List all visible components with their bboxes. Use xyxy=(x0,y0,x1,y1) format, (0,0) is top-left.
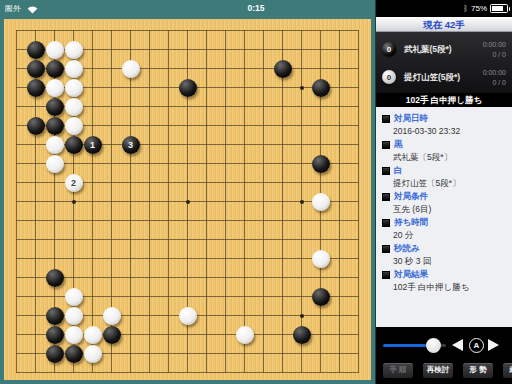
intersection-4-6[interactable] xyxy=(64,116,83,135)
intersection-12-5[interactable] xyxy=(216,97,235,116)
intersection-10-6[interactable] xyxy=(178,116,197,135)
intersection-8-5[interactable] xyxy=(140,97,159,116)
intersection-3-14[interactable] xyxy=(45,268,64,287)
intersection-6-7[interactable] xyxy=(102,135,121,154)
intersection-13-18[interactable] xyxy=(235,344,254,363)
intersection-3-6[interactable] xyxy=(45,116,64,135)
intersection-3-12[interactable] xyxy=(45,230,64,249)
intersection-12-2[interactable] xyxy=(216,40,235,59)
intersection-7-3[interactable] xyxy=(121,59,140,78)
intersection-13-7[interactable] xyxy=(235,135,254,154)
intersection-9-13[interactable] xyxy=(159,249,178,268)
intersection-15-1[interactable] xyxy=(273,21,292,40)
intersection-2-9[interactable] xyxy=(26,173,45,192)
intersection-17-4[interactable] xyxy=(311,78,330,97)
intersection-18-17[interactable] xyxy=(330,325,349,344)
intersection-16-1[interactable] xyxy=(292,21,311,40)
intersection-11-19[interactable] xyxy=(197,363,216,382)
intersection-2-7[interactable] xyxy=(26,135,45,154)
intersection-8-14[interactable] xyxy=(140,268,159,287)
intersection-15-10[interactable] xyxy=(273,192,292,211)
intersection-11-1[interactable] xyxy=(197,21,216,40)
intersection-1-9[interactable] xyxy=(7,173,26,192)
intersection-5-19[interactable] xyxy=(83,363,102,382)
intersection-1-15[interactable] xyxy=(7,287,26,306)
intersection-16-2[interactable] xyxy=(292,40,311,59)
intersection-12-15[interactable] xyxy=(216,287,235,306)
intersection-14-16[interactable] xyxy=(254,306,273,325)
intersection-3-15[interactable] xyxy=(45,287,64,306)
intersection-14-17[interactable] xyxy=(254,325,273,344)
intersection-7-7[interactable]: 3 xyxy=(121,135,140,154)
intersection-5-9[interactable] xyxy=(83,173,102,192)
intersection-18-11[interactable] xyxy=(330,211,349,230)
intersection-8-3[interactable] xyxy=(140,59,159,78)
intersection-2-17[interactable] xyxy=(26,325,45,344)
intersection-16-18[interactable] xyxy=(292,344,311,363)
intersection-19-3[interactable] xyxy=(349,59,368,78)
intersection-5-14[interactable] xyxy=(83,268,102,287)
intersection-6-18[interactable] xyxy=(102,344,121,363)
intersection-2-18[interactable] xyxy=(26,344,45,363)
next-move-button[interactable] xyxy=(488,339,499,351)
intersection-18-9[interactable] xyxy=(330,173,349,192)
intersection-13-14[interactable] xyxy=(235,268,254,287)
intersection-3-13[interactable] xyxy=(45,249,64,268)
intersection-6-10[interactable] xyxy=(102,192,121,211)
intersection-13-19[interactable] xyxy=(235,363,254,382)
intersection-14-15[interactable] xyxy=(254,287,273,306)
intersection-2-2[interactable] xyxy=(26,40,45,59)
intersection-6-17[interactable] xyxy=(102,325,121,344)
intersection-17-12[interactable] xyxy=(311,230,330,249)
intersection-17-11[interactable] xyxy=(311,211,330,230)
intersection-19-15[interactable] xyxy=(349,287,368,306)
intersection-19-16[interactable] xyxy=(349,306,368,325)
intersection-17-17[interactable] xyxy=(311,325,330,344)
intersection-16-3[interactable] xyxy=(292,59,311,78)
intersection-5-2[interactable] xyxy=(83,40,102,59)
intersection-2-3[interactable] xyxy=(26,59,45,78)
intersection-14-5[interactable] xyxy=(254,97,273,116)
intersection-11-3[interactable] xyxy=(197,59,216,78)
intersection-12-6[interactable] xyxy=(216,116,235,135)
intersection-15-9[interactable] xyxy=(273,173,292,192)
intersection-14-12[interactable] xyxy=(254,230,273,249)
intersection-8-4[interactable] xyxy=(140,78,159,97)
intersection-1-12[interactable] xyxy=(7,230,26,249)
intersection-13-11[interactable] xyxy=(235,211,254,230)
intersection-1-5[interactable] xyxy=(7,97,26,116)
intersection-5-6[interactable] xyxy=(83,116,102,135)
intersection-3-8[interactable] xyxy=(45,154,64,173)
intersection-5-7[interactable]: 1 xyxy=(83,135,102,154)
intersection-18-7[interactable] xyxy=(330,135,349,154)
intersection-17-7[interactable] xyxy=(311,135,330,154)
intersection-5-10[interactable] xyxy=(83,192,102,211)
intersection-15-12[interactable] xyxy=(273,230,292,249)
intersection-1-14[interactable] xyxy=(7,268,26,287)
intersection-6-14[interactable] xyxy=(102,268,121,287)
intersection-9-19[interactable] xyxy=(159,363,178,382)
intersection-5-4[interactable] xyxy=(83,78,102,97)
intersection-5-16[interactable] xyxy=(83,306,102,325)
intersection-7-11[interactable] xyxy=(121,211,140,230)
intersection-16-10[interactable] xyxy=(292,192,311,211)
intersection-2-12[interactable] xyxy=(26,230,45,249)
intersection-8-15[interactable] xyxy=(140,287,159,306)
intersection-8-16[interactable] xyxy=(140,306,159,325)
intersection-10-18[interactable] xyxy=(178,344,197,363)
intersection-15-4[interactable] xyxy=(273,78,292,97)
intersection-6-1[interactable] xyxy=(102,21,121,40)
intersection-18-14[interactable] xyxy=(330,268,349,287)
intersection-14-1[interactable] xyxy=(254,21,273,40)
intersection-5-11[interactable] xyxy=(83,211,102,230)
intersection-15-3[interactable] xyxy=(273,59,292,78)
intersection-19-18[interactable] xyxy=(349,344,368,363)
intersection-18-19[interactable] xyxy=(330,363,349,382)
intersection-16-4[interactable] xyxy=(292,78,311,97)
intersection-2-5[interactable] xyxy=(26,97,45,116)
intersection-19-5[interactable] xyxy=(349,97,368,116)
intersection-8-19[interactable] xyxy=(140,363,159,382)
intersection-3-16[interactable] xyxy=(45,306,64,325)
intersection-9-12[interactable] xyxy=(159,230,178,249)
intersection-3-3[interactable] xyxy=(45,59,64,78)
intersection-9-3[interactable] xyxy=(159,59,178,78)
intersection-9-16[interactable] xyxy=(159,306,178,325)
intersection-12-1[interactable] xyxy=(216,21,235,40)
intersection-18-15[interactable] xyxy=(330,287,349,306)
intersection-1-7[interactable] xyxy=(7,135,26,154)
intersection-6-15[interactable] xyxy=(102,287,121,306)
intersection-2-4[interactable] xyxy=(26,78,45,97)
intersection-17-6[interactable] xyxy=(311,116,330,135)
intersection-8-12[interactable] xyxy=(140,230,159,249)
intersection-7-13[interactable] xyxy=(121,249,140,268)
intersection-11-10[interactable] xyxy=(197,192,216,211)
intersection-18-12[interactable] xyxy=(330,230,349,249)
intersection-9-4[interactable] xyxy=(159,78,178,97)
intersection-9-2[interactable] xyxy=(159,40,178,59)
intersection-18-10[interactable] xyxy=(330,192,349,211)
intersection-12-7[interactable] xyxy=(216,135,235,154)
intersection-13-17[interactable] xyxy=(235,325,254,344)
intersection-8-2[interactable] xyxy=(140,40,159,59)
intersection-4-3[interactable] xyxy=(64,59,83,78)
intersection-4-14[interactable] xyxy=(64,268,83,287)
intersection-9-9[interactable] xyxy=(159,173,178,192)
intersection-1-1[interactable] xyxy=(7,21,26,40)
intersection-11-7[interactable] xyxy=(197,135,216,154)
intersection-4-5[interactable] xyxy=(64,97,83,116)
intersection-19-2[interactable] xyxy=(349,40,368,59)
intersection-10-2[interactable] xyxy=(178,40,197,59)
intersection-1-3[interactable] xyxy=(7,59,26,78)
intersection-14-8[interactable] xyxy=(254,154,273,173)
intersection-1-17[interactable] xyxy=(7,325,26,344)
intersection-16-15[interactable] xyxy=(292,287,311,306)
intersection-12-19[interactable] xyxy=(216,363,235,382)
intersection-14-6[interactable] xyxy=(254,116,273,135)
intersection-9-7[interactable] xyxy=(159,135,178,154)
intersection-19-13[interactable] xyxy=(349,249,368,268)
intersection-18-5[interactable] xyxy=(330,97,349,116)
intersection-18-2[interactable] xyxy=(330,40,349,59)
intersection-18-13[interactable] xyxy=(330,249,349,268)
intersection-6-13[interactable] xyxy=(102,249,121,268)
intersection-10-17[interactable] xyxy=(178,325,197,344)
intersection-3-7[interactable] xyxy=(45,135,64,154)
intersection-15-18[interactable] xyxy=(273,344,292,363)
intersection-10-5[interactable] xyxy=(178,97,197,116)
intersection-10-7[interactable] xyxy=(178,135,197,154)
intersection-2-10[interactable] xyxy=(26,192,45,211)
intersection-1-18[interactable] xyxy=(7,344,26,363)
intersection-8-10[interactable] xyxy=(140,192,159,211)
intersection-9-17[interactable] xyxy=(159,325,178,344)
intersection-3-11[interactable] xyxy=(45,211,64,230)
intersection-8-1[interactable] xyxy=(140,21,159,40)
intersection-19-19[interactable] xyxy=(349,363,368,382)
intersection-19-17[interactable] xyxy=(349,325,368,344)
intersection-13-4[interactable] xyxy=(235,78,254,97)
intersection-6-3[interactable] xyxy=(102,59,121,78)
intersection-13-3[interactable] xyxy=(235,59,254,78)
intersection-8-6[interactable] xyxy=(140,116,159,135)
intersection-4-16[interactable] xyxy=(64,306,83,325)
intersection-15-5[interactable] xyxy=(273,97,292,116)
intersection-7-15[interactable] xyxy=(121,287,140,306)
intersection-18-1[interactable] xyxy=(330,21,349,40)
intersection-3-4[interactable] xyxy=(45,78,64,97)
intersection-13-15[interactable] xyxy=(235,287,254,306)
intersection-10-10[interactable] xyxy=(178,192,197,211)
intersection-7-1[interactable] xyxy=(121,21,140,40)
intersection-17-5[interactable] xyxy=(311,97,330,116)
intersection-16-19[interactable] xyxy=(292,363,311,382)
intersection-11-2[interactable] xyxy=(197,40,216,59)
intersection-1-6[interactable] xyxy=(7,116,26,135)
intersection-3-1[interactable] xyxy=(45,21,64,40)
intersection-17-1[interactable] xyxy=(311,21,330,40)
intersection-7-14[interactable] xyxy=(121,268,140,287)
intersection-10-1[interactable] xyxy=(178,21,197,40)
intersection-1-10[interactable] xyxy=(7,192,26,211)
intersection-17-8[interactable] xyxy=(311,154,330,173)
intersection-4-13[interactable] xyxy=(64,249,83,268)
intersection-8-13[interactable] xyxy=(140,249,159,268)
intersection-7-16[interactable] xyxy=(121,306,140,325)
intersection-6-4[interactable] xyxy=(102,78,121,97)
intersection-16-16[interactable] xyxy=(292,306,311,325)
intersection-15-17[interactable] xyxy=(273,325,292,344)
intersection-4-2[interactable] xyxy=(64,40,83,59)
intersection-19-9[interactable] xyxy=(349,173,368,192)
intersection-2-8[interactable] xyxy=(26,154,45,173)
action-button-2[interactable]: 形 勢 xyxy=(462,362,494,379)
intersection-1-2[interactable] xyxy=(7,40,26,59)
intersection-5-18[interactable] xyxy=(83,344,102,363)
intersection-10-12[interactable] xyxy=(178,230,197,249)
intersection-8-9[interactable] xyxy=(140,173,159,192)
intersection-10-3[interactable] xyxy=(178,59,197,78)
intersection-14-7[interactable] xyxy=(254,135,273,154)
intersection-13-9[interactable] xyxy=(235,173,254,192)
intersection-9-15[interactable] xyxy=(159,287,178,306)
intersection-7-2[interactable] xyxy=(121,40,140,59)
intersection-5-8[interactable] xyxy=(83,154,102,173)
intersection-3-5[interactable] xyxy=(45,97,64,116)
intersection-17-10[interactable] xyxy=(311,192,330,211)
intersection-13-8[interactable] xyxy=(235,154,254,173)
intersection-12-10[interactable] xyxy=(216,192,235,211)
intersection-13-2[interactable] xyxy=(235,40,254,59)
intersection-5-3[interactable] xyxy=(83,59,102,78)
intersection-15-7[interactable] xyxy=(273,135,292,154)
intersection-1-16[interactable] xyxy=(7,306,26,325)
previous-move-button[interactable] xyxy=(452,339,463,351)
intersection-14-18[interactable] xyxy=(254,344,273,363)
intersection-1-11[interactable] xyxy=(7,211,26,230)
intersection-15-19[interactable] xyxy=(273,363,292,382)
intersection-15-8[interactable] xyxy=(273,154,292,173)
intersection-16-14[interactable] xyxy=(292,268,311,287)
intersection-3-9[interactable] xyxy=(45,173,64,192)
intersection-4-19[interactable] xyxy=(64,363,83,382)
intersection-13-12[interactable] xyxy=(235,230,254,249)
intersection-8-17[interactable] xyxy=(140,325,159,344)
intersection-5-1[interactable] xyxy=(83,21,102,40)
intersection-15-13[interactable] xyxy=(273,249,292,268)
intersection-3-19[interactable] xyxy=(45,363,64,382)
intersection-7-6[interactable] xyxy=(121,116,140,135)
intersection-17-3[interactable] xyxy=(311,59,330,78)
intersection-6-16[interactable] xyxy=(102,306,121,325)
intersection-10-11[interactable] xyxy=(178,211,197,230)
intersection-16-8[interactable] xyxy=(292,154,311,173)
intersection-11-6[interactable] xyxy=(197,116,216,135)
intersection-1-13[interactable] xyxy=(7,249,26,268)
intersection-5-12[interactable] xyxy=(83,230,102,249)
intersection-12-11[interactable] xyxy=(216,211,235,230)
intersection-19-1[interactable] xyxy=(349,21,368,40)
intersection-17-18[interactable] xyxy=(311,344,330,363)
intersection-13-16[interactable] xyxy=(235,306,254,325)
intersection-12-18[interactable] xyxy=(216,344,235,363)
intersection-1-4[interactable] xyxy=(7,78,26,97)
intersection-2-14[interactable] xyxy=(26,268,45,287)
intersection-5-13[interactable] xyxy=(83,249,102,268)
intersection-6-19[interactable] xyxy=(102,363,121,382)
intersection-8-18[interactable] xyxy=(140,344,159,363)
intersection-15-14[interactable] xyxy=(273,268,292,287)
intersection-12-12[interactable] xyxy=(216,230,235,249)
intersection-14-4[interactable] xyxy=(254,78,273,97)
intersection-16-11[interactable] xyxy=(292,211,311,230)
intersection-16-17[interactable] xyxy=(292,325,311,344)
intersection-7-18[interactable] xyxy=(121,344,140,363)
intersection-5-17[interactable] xyxy=(83,325,102,344)
intersection-13-6[interactable] xyxy=(235,116,254,135)
intersection-5-15[interactable] xyxy=(83,287,102,306)
intersection-18-4[interactable] xyxy=(330,78,349,97)
intersection-16-9[interactable] xyxy=(292,173,311,192)
intersection-10-15[interactable] xyxy=(178,287,197,306)
intersection-17-14[interactable] xyxy=(311,268,330,287)
intersection-19-12[interactable] xyxy=(349,230,368,249)
intersection-7-10[interactable] xyxy=(121,192,140,211)
intersection-18-8[interactable] xyxy=(330,154,349,173)
intersection-17-19[interactable] xyxy=(311,363,330,382)
intersection-19-8[interactable] xyxy=(349,154,368,173)
intersection-10-8[interactable] xyxy=(178,154,197,173)
intersection-6-11[interactable] xyxy=(102,211,121,230)
intersection-4-9[interactable]: 2 xyxy=(64,173,83,192)
intersection-13-1[interactable] xyxy=(235,21,254,40)
intersection-4-15[interactable] xyxy=(64,287,83,306)
intersection-15-16[interactable] xyxy=(273,306,292,325)
intersection-6-12[interactable] xyxy=(102,230,121,249)
intersection-7-12[interactable] xyxy=(121,230,140,249)
intersection-2-13[interactable] xyxy=(26,249,45,268)
intersection-12-9[interactable] xyxy=(216,173,235,192)
intersection-16-7[interactable] xyxy=(292,135,311,154)
move-slider-knob[interactable] xyxy=(426,338,441,353)
intersection-18-16[interactable] xyxy=(330,306,349,325)
intersection-12-8[interactable] xyxy=(216,154,235,173)
intersection-12-13[interactable] xyxy=(216,249,235,268)
intersection-16-12[interactable] xyxy=(292,230,311,249)
intersection-12-17[interactable] xyxy=(216,325,235,344)
intersection-9-6[interactable] xyxy=(159,116,178,135)
intersection-14-9[interactable] xyxy=(254,173,273,192)
intersection-2-16[interactable] xyxy=(26,306,45,325)
intersection-9-1[interactable] xyxy=(159,21,178,40)
intersection-9-10[interactable] xyxy=(159,192,178,211)
intersection-2-11[interactable] xyxy=(26,211,45,230)
intersection-17-13[interactable] xyxy=(311,249,330,268)
intersection-6-2[interactable] xyxy=(102,40,121,59)
intersection-4-8[interactable] xyxy=(64,154,83,173)
intersection-13-5[interactable] xyxy=(235,97,254,116)
intersection-11-9[interactable] xyxy=(197,173,216,192)
intersection-14-10[interactable] xyxy=(254,192,273,211)
intersection-7-17[interactable] xyxy=(121,325,140,344)
intersection-14-2[interactable] xyxy=(254,40,273,59)
intersection-11-17[interactable] xyxy=(197,325,216,344)
intersection-3-2[interactable] xyxy=(45,40,64,59)
intersection-5-5[interactable] xyxy=(83,97,102,116)
intersection-11-18[interactable] xyxy=(197,344,216,363)
intersection-14-13[interactable] xyxy=(254,249,273,268)
intersection-2-15[interactable] xyxy=(26,287,45,306)
intersection-11-15[interactable] xyxy=(197,287,216,306)
intersection-11-14[interactable] xyxy=(197,268,216,287)
intersection-18-3[interactable] xyxy=(330,59,349,78)
intersection-11-13[interactable] xyxy=(197,249,216,268)
intersection-4-18[interactable] xyxy=(64,344,83,363)
intersection-12-14[interactable] xyxy=(216,268,235,287)
intersection-1-19[interactable] xyxy=(7,363,26,382)
intersection-15-15[interactable] xyxy=(273,287,292,306)
intersection-19-6[interactable] xyxy=(349,116,368,135)
intersection-16-13[interactable] xyxy=(292,249,311,268)
intersection-10-4[interactable] xyxy=(178,78,197,97)
intersection-8-7[interactable] xyxy=(140,135,159,154)
intersection-8-11[interactable] xyxy=(140,211,159,230)
